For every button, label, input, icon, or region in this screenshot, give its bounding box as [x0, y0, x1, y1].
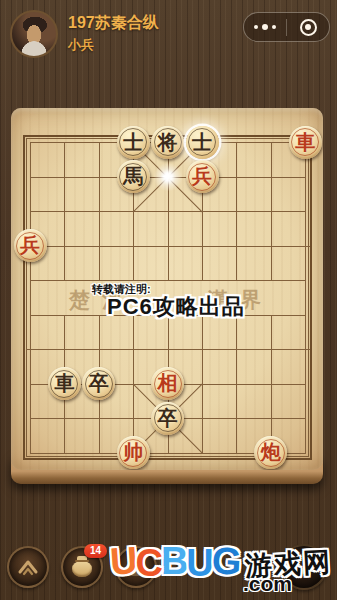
piece-character: 車 — [54, 367, 74, 400]
piece-character: 炮 — [261, 436, 281, 469]
star-point-marker — [232, 242, 241, 251]
piece-black-士[interactable]: 士 — [186, 126, 219, 159]
piece-character: 士 — [123, 126, 143, 159]
star-point-marker — [164, 345, 173, 354]
piece-character: 車 — [295, 126, 315, 159]
chevron-up-icon — [15, 555, 41, 579]
more-button[interactable] — [244, 13, 286, 41]
piece-red-帅[interactable]: 帅 — [117, 436, 150, 469]
grid-vline — [99, 142, 100, 280]
star-point-marker — [301, 345, 310, 354]
star-point-marker — [301, 242, 310, 251]
xiangqi-board[interactable]: 楚河漢界✦士将士車馬兵兵車卒相卒帅炮 — [11, 108, 323, 470]
star-point-marker — [267, 207, 276, 216]
miniprogram-capsule — [243, 12, 330, 42]
piece-character: 兵 — [192, 160, 212, 193]
piece-character: 士 — [192, 126, 212, 159]
piece-red-炮[interactable]: 炮 — [254, 436, 287, 469]
grid-vline — [236, 315, 237, 453]
grid-hline — [30, 280, 306, 281]
watermark-site-dot: .com — [243, 572, 292, 596]
piece-black-士[interactable]: 士 — [117, 126, 150, 159]
star-point-marker — [95, 242, 104, 251]
piece-black-馬[interactable]: 馬 — [117, 160, 150, 193]
star-point-marker — [60, 207, 69, 216]
piece-red-車[interactable]: 車 — [289, 126, 322, 159]
bag-count-badge: 14 — [84, 544, 107, 558]
header: 197苏秦合纵 小兵 — [0, 0, 337, 70]
star-point-marker — [26, 345, 35, 354]
piece-character: 将 — [158, 126, 178, 159]
sparkle-star-icon: ✦ — [161, 162, 174, 192]
grid-vline — [305, 142, 306, 453]
piece-character: 相 — [158, 367, 178, 400]
more-dots-icon — [254, 24, 276, 30]
piece-character: 帅 — [123, 436, 143, 469]
hint-bag-button[interactable]: 14 — [61, 546, 103, 588]
close-button[interactable] — [287, 13, 329, 41]
piece-black-車[interactable]: 車 — [48, 367, 81, 400]
grid-vline — [236, 142, 237, 280]
grid-vline — [30, 142, 31, 453]
last-move-sparkle: ✦ — [153, 162, 183, 192]
star-point-marker — [267, 380, 276, 389]
level-title: 197苏秦合纵 — [68, 13, 159, 34]
piece-character: 馬 — [123, 160, 143, 193]
star-point-marker — [164, 242, 173, 251]
piece-character: 卒 — [89, 367, 109, 400]
star-point-marker — [232, 345, 241, 354]
piece-character: 卒 — [158, 402, 178, 435]
close-circle-icon — [300, 19, 317, 36]
player-avatar — [10, 10, 58, 58]
watermark-credit-large: PC6攻略出品 — [107, 292, 245, 322]
piece-black-卒[interactable]: 卒 — [151, 402, 184, 435]
game-screen: 197苏秦合纵 小兵 楚河漢界✦士将士車馬兵兵車卒相卒帅炮 转载请注明: PC6… — [0, 0, 337, 600]
piece-red-兵[interactable]: 兵 — [14, 229, 47, 262]
piece-black-将[interactable]: 将 — [151, 126, 184, 159]
player-rank-label: 小兵 — [68, 36, 94, 54]
piece-red-兵[interactable]: 兵 — [186, 160, 219, 193]
star-point-marker — [95, 345, 104, 354]
expand-button[interactable] — [7, 546, 49, 588]
money-bag-icon — [72, 561, 92, 577]
watermark-site-logo: UCBUG — [110, 540, 239, 583]
piece-character: 兵 — [20, 229, 40, 262]
